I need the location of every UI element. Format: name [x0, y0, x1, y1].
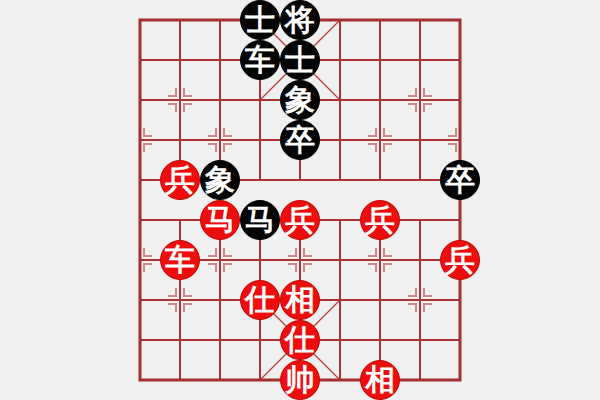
pieces-layer: 士将车士象卒兵象卒马马兵兵车兵仕相仕帅相: [0, 0, 600, 400]
black-soldier[interactable]: 卒: [440, 160, 480, 200]
black-chariot[interactable]: 车: [240, 40, 280, 80]
red-general[interactable]: 帅: [280, 360, 320, 400]
red-soldier[interactable]: 兵: [280, 200, 320, 240]
red-chariot[interactable]: 车: [160, 240, 200, 280]
xiangqi-board-screen: 士将车士象卒兵象卒马马兵兵车兵仕相仕帅相: [0, 0, 600, 400]
black-elephant[interactable]: 象: [280, 80, 320, 120]
red-advisor[interactable]: 仕: [240, 280, 280, 320]
black-advisor[interactable]: 士: [280, 40, 320, 80]
black-soldier[interactable]: 卒: [280, 120, 320, 160]
red-advisor[interactable]: 仕: [280, 320, 320, 360]
black-horse[interactable]: 马: [240, 200, 280, 240]
red-soldier[interactable]: 兵: [160, 160, 200, 200]
black-general[interactable]: 将: [280, 0, 320, 40]
black-elephant[interactable]: 象: [200, 160, 240, 200]
red-soldier[interactable]: 兵: [360, 200, 400, 240]
red-elephant[interactable]: 相: [280, 280, 320, 320]
red-horse[interactable]: 马: [200, 200, 240, 240]
black-advisor[interactable]: 士: [240, 0, 280, 40]
red-soldier[interactable]: 兵: [440, 240, 480, 280]
red-elephant[interactable]: 相: [360, 360, 400, 400]
